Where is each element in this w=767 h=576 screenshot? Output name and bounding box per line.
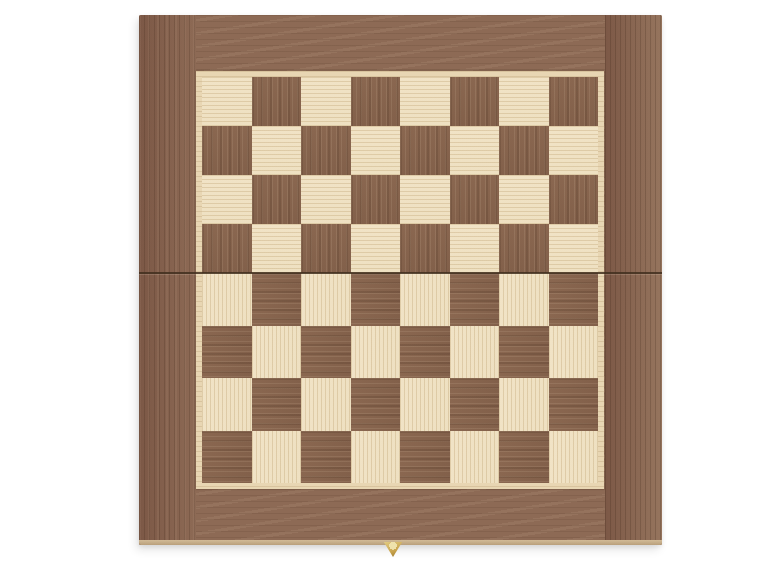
square-c3[interactable] <box>301 326 351 379</box>
square-h7[interactable] <box>549 126 599 175</box>
square-c2[interactable] <box>301 378 351 431</box>
square-h1[interactable] <box>549 431 599 484</box>
square-d3[interactable] <box>351 326 401 379</box>
square-h2[interactable] <box>549 378 599 431</box>
square-b1[interactable] <box>252 431 302 484</box>
chessboard <box>139 15 662 545</box>
square-f5[interactable] <box>450 224 500 273</box>
square-a5[interactable] <box>202 224 252 273</box>
square-d6[interactable] <box>351 175 401 224</box>
square-b6[interactable] <box>252 175 302 224</box>
square-e4[interactable] <box>400 273 450 326</box>
square-a3[interactable] <box>202 326 252 379</box>
square-b2[interactable] <box>252 378 302 431</box>
square-d5[interactable] <box>351 224 401 273</box>
square-a7[interactable] <box>202 126 252 175</box>
square-e3[interactable] <box>400 326 450 379</box>
square-c7[interactable] <box>301 126 351 175</box>
square-b3[interactable] <box>252 326 302 379</box>
square-h3[interactable] <box>549 326 599 379</box>
square-d2[interactable] <box>351 378 401 431</box>
square-g7[interactable] <box>499 126 549 175</box>
square-f8[interactable] <box>450 77 500 126</box>
square-g5[interactable] <box>499 224 549 273</box>
frame-right-rail <box>605 15 662 545</box>
board-grid <box>202 77 598 483</box>
square-g1[interactable] <box>499 431 549 484</box>
square-f2[interactable] <box>450 378 500 431</box>
frame-left-rail <box>139 15 196 545</box>
square-e6[interactable] <box>400 175 450 224</box>
playing-area <box>196 71 604 489</box>
square-a4[interactable] <box>202 273 252 326</box>
square-a1[interactable] <box>202 431 252 484</box>
square-g8[interactable] <box>499 77 549 126</box>
square-g2[interactable] <box>499 378 549 431</box>
square-h8[interactable] <box>549 77 599 126</box>
square-f6[interactable] <box>450 175 500 224</box>
square-e8[interactable] <box>400 77 450 126</box>
square-e2[interactable] <box>400 378 450 431</box>
square-c8[interactable] <box>301 77 351 126</box>
square-e1[interactable] <box>400 431 450 484</box>
square-g3[interactable] <box>499 326 549 379</box>
square-b4[interactable] <box>252 273 302 326</box>
square-f3[interactable] <box>450 326 500 379</box>
square-h4[interactable] <box>549 273 599 326</box>
square-f1[interactable] <box>450 431 500 484</box>
square-g6[interactable] <box>499 175 549 224</box>
hinge-seam <box>139 272 662 274</box>
square-c6[interactable] <box>301 175 351 224</box>
square-a8[interactable] <box>202 77 252 126</box>
square-b8[interactable] <box>252 77 302 126</box>
square-d7[interactable] <box>351 126 401 175</box>
photo-background <box>0 0 767 576</box>
square-c1[interactable] <box>301 431 351 484</box>
square-a6[interactable] <box>202 175 252 224</box>
clasp-latch-icon <box>383 542 403 557</box>
square-a2[interactable] <box>202 378 252 431</box>
square-b7[interactable] <box>252 126 302 175</box>
square-e7[interactable] <box>400 126 450 175</box>
square-b5[interactable] <box>252 224 302 273</box>
square-f4[interactable] <box>450 273 500 326</box>
square-h6[interactable] <box>549 175 599 224</box>
square-c4[interactable] <box>301 273 351 326</box>
square-e5[interactable] <box>400 224 450 273</box>
square-c5[interactable] <box>301 224 351 273</box>
square-h5[interactable] <box>549 224 599 273</box>
square-d4[interactable] <box>351 273 401 326</box>
square-f7[interactable] <box>450 126 500 175</box>
square-d1[interactable] <box>351 431 401 484</box>
square-d8[interactable] <box>351 77 401 126</box>
square-g4[interactable] <box>499 273 549 326</box>
